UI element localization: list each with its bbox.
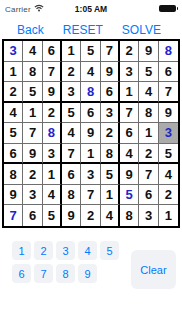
cell-r3c3[interactable]: 9 [43, 82, 62, 103]
cell-r2c4[interactable]: 2 [62, 62, 81, 83]
cell-r4c7[interactable]: 7 [120, 103, 139, 124]
wifi-icon [34, 4, 44, 14]
cell-r5c8[interactable]: 1 [139, 123, 158, 144]
cell-r3c1[interactable]: 2 [4, 82, 23, 103]
time-label: 1:05 AM [75, 4, 107, 14]
toolbar: Back RESET SOLVE [0, 21, 182, 38]
cell-r7c2[interactable]: 2 [23, 164, 42, 185]
cell-r7c4[interactable]: 6 [62, 164, 81, 185]
numpad-5-button[interactable]: 5 [100, 241, 119, 260]
clear-button[interactable]: Clear [131, 250, 176, 289]
cell-r8c5[interactable]: 7 [81, 185, 100, 206]
back-button[interactable]: Back [17, 23, 44, 37]
cell-r9c8[interactable]: 3 [139, 205, 158, 226]
cell-r8c2[interactable]: 3 [23, 185, 42, 206]
cell-r7c3[interactable]: 1 [43, 164, 62, 185]
sudoku-board: 3461572981872493562593861474125637895784… [2, 39, 180, 228]
cell-r6c9[interactable]: 5 [159, 144, 178, 165]
cell-r6c4[interactable]: 7 [62, 144, 81, 165]
cell-r4c3[interactable]: 2 [43, 103, 62, 124]
cell-r7c9[interactable]: 4 [159, 164, 178, 185]
numpad-4-button[interactable]: 4 [78, 241, 97, 260]
cell-r4c6[interactable]: 3 [101, 103, 120, 124]
carrier-label-wrap: Carrier [5, 4, 44, 14]
cell-r5c4[interactable]: 4 [62, 123, 81, 144]
numpad-1-button[interactable]: 1 [12, 241, 31, 260]
cell-r8c3[interactable]: 4 [43, 185, 62, 206]
cell-r7c6[interactable]: 5 [101, 164, 120, 185]
cell-r1c6[interactable]: 7 [101, 41, 120, 62]
solve-button[interactable]: SOLVE [122, 23, 161, 37]
cell-r6c5[interactable]: 1 [81, 144, 100, 165]
cell-r7c8[interactable]: 7 [139, 164, 158, 185]
cell-r8c7[interactable]: 5 [120, 185, 139, 206]
numpad-2-button[interactable]: 2 [34, 241, 53, 260]
cell-r6c8[interactable]: 2 [139, 144, 158, 165]
cell-r9c4[interactable]: 9 [62, 205, 81, 226]
cell-r2c8[interactable]: 5 [139, 62, 158, 83]
cell-r4c9[interactable]: 9 [159, 103, 178, 124]
numpad-row-1: 12345 [12, 241, 119, 260]
numpad-row-2: 6789 [12, 264, 119, 283]
cell-r1c1[interactable]: 3 [4, 41, 23, 62]
cell-r9c5[interactable]: 2 [81, 205, 100, 226]
cell-r3c2[interactable]: 5 [23, 82, 42, 103]
cell-r6c2[interactable]: 9 [23, 144, 42, 165]
cell-r4c4[interactable]: 5 [62, 103, 81, 124]
cell-r1c5[interactable]: 5 [81, 41, 100, 62]
cell-r5c9[interactable]: 3 [159, 123, 178, 144]
cell-r6c6[interactable]: 8 [101, 144, 120, 165]
cell-r5c3[interactable]: 8 [43, 123, 62, 144]
cell-r1c3[interactable]: 6 [43, 41, 62, 62]
cell-r4c5[interactable]: 6 [81, 103, 100, 124]
cell-r1c4[interactable]: 1 [62, 41, 81, 62]
cell-r6c7[interactable]: 4 [120, 144, 139, 165]
numpad: 12345 6789 [12, 241, 119, 287]
numpad-8-button[interactable]: 8 [56, 264, 75, 283]
cell-r2c7[interactable]: 3 [120, 62, 139, 83]
cell-r1c8[interactable]: 9 [139, 41, 158, 62]
numpad-7-button[interactable]: 7 [34, 264, 53, 283]
cell-r3c7[interactable]: 1 [120, 82, 139, 103]
battery-icon [159, 5, 176, 12]
cell-r3c9[interactable]: 7 [159, 82, 178, 103]
carrier-label: Carrier [5, 5, 31, 14]
cell-r5c6[interactable]: 2 [101, 123, 120, 144]
cell-r3c5[interactable]: 8 [81, 82, 100, 103]
cell-r9c6[interactable]: 4 [101, 205, 120, 226]
cell-r2c6[interactable]: 9 [101, 62, 120, 83]
cell-r9c9[interactable]: 1 [159, 205, 178, 226]
cell-r7c5[interactable]: 3 [81, 164, 100, 185]
cell-r6c3[interactable]: 3 [43, 144, 62, 165]
reset-button[interactable]: RESET [63, 23, 103, 37]
cell-r3c4[interactable]: 3 [62, 82, 81, 103]
cell-r5c1[interactable]: 5 [4, 123, 23, 144]
cell-r1c2[interactable]: 4 [23, 41, 42, 62]
cell-r8c6[interactable]: 1 [101, 185, 120, 206]
cell-r2c1[interactable]: 1 [4, 62, 23, 83]
status-bar: Carrier 1:05 AM [0, 0, 182, 16]
cell-r8c4[interactable]: 8 [62, 185, 81, 206]
cell-r8c1[interactable]: 9 [4, 185, 23, 206]
cell-r7c1[interactable]: 8 [4, 164, 23, 185]
cell-r1c7[interactable]: 2 [120, 41, 139, 62]
cell-r8c8[interactable]: 6 [139, 185, 158, 206]
app-screen: Carrier 1:05 AM Back RESET SOLVE 3461572… [0, 0, 182, 323]
cell-r6c1[interactable]: 6 [4, 144, 23, 165]
cell-r5c5[interactable]: 9 [81, 123, 100, 144]
cell-r4c2[interactable]: 1 [23, 103, 42, 124]
numpad-6-button[interactable]: 6 [12, 264, 31, 283]
cell-r7c7[interactable]: 9 [120, 164, 139, 185]
cell-r2c9[interactable]: 6 [159, 62, 178, 83]
cell-r1c9[interactable]: 8 [159, 41, 178, 62]
cell-r9c2[interactable]: 6 [23, 205, 42, 226]
cell-r4c8[interactable]: 8 [139, 103, 158, 124]
numpad-9-button[interactable]: 9 [78, 264, 97, 283]
cell-r9c7[interactable]: 8 [120, 205, 139, 226]
cell-r9c3[interactable]: 5 [43, 205, 62, 226]
cell-r5c7[interactable]: 6 [120, 123, 139, 144]
cell-r5c2[interactable]: 7 [23, 123, 42, 144]
cell-r4c1[interactable]: 4 [4, 103, 23, 124]
cell-r9c1[interactable]: 7 [4, 205, 23, 226]
cell-r3c6[interactable]: 6 [101, 82, 120, 103]
cell-r3c8[interactable]: 4 [139, 82, 158, 103]
cell-r2c5[interactable]: 4 [81, 62, 100, 83]
cell-r8c9[interactable]: 2 [159, 185, 178, 206]
numpad-3-button[interactable]: 3 [56, 241, 75, 260]
cell-r2c3[interactable]: 7 [43, 62, 62, 83]
cell-r2c2[interactable]: 8 [23, 62, 42, 83]
